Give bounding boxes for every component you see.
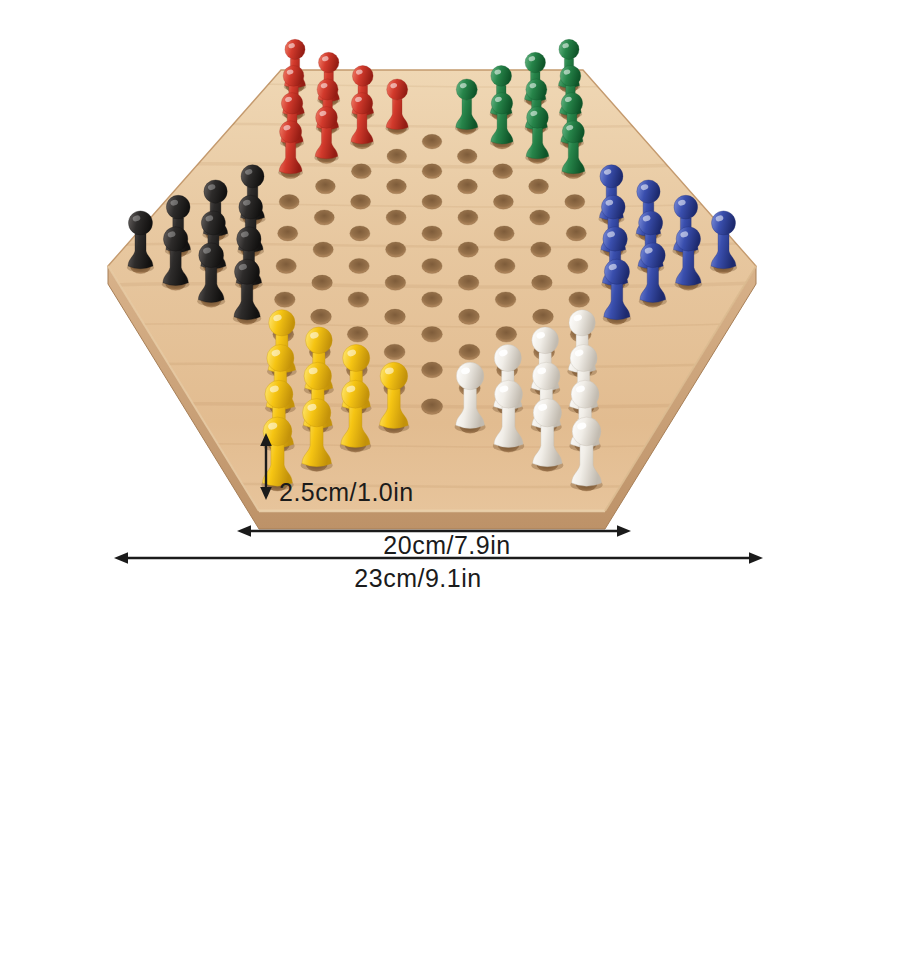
board-hole xyxy=(386,242,406,257)
board-hole xyxy=(312,275,333,290)
board-hole xyxy=(458,275,479,290)
board-hole xyxy=(351,164,371,179)
board-hole xyxy=(385,275,406,290)
board-hole xyxy=(495,292,516,307)
board-hole xyxy=(529,179,549,194)
board-hole xyxy=(459,309,480,324)
board-hole xyxy=(386,210,406,225)
outer-width-label: 23cm/9.1in xyxy=(354,564,481,592)
product-photo: 2.5cm/1.0in 20cm/7.9in 23cm/9.1in xyxy=(0,0,914,973)
board-hole xyxy=(311,309,332,324)
inner-width-label: 20cm/7.9in xyxy=(383,531,510,559)
board-hole xyxy=(422,226,442,241)
board-hole xyxy=(422,134,442,149)
board-hole xyxy=(495,258,515,273)
board-hole xyxy=(278,226,298,241)
board-hole xyxy=(531,242,551,257)
board-hole xyxy=(569,292,590,307)
board-hole xyxy=(532,275,553,290)
board-hole xyxy=(458,242,478,257)
board-hole xyxy=(314,210,334,225)
board-hole xyxy=(387,179,407,194)
board-hole xyxy=(422,258,442,273)
board-hole xyxy=(422,292,443,307)
board-hole xyxy=(565,194,585,209)
board-hole xyxy=(387,149,407,164)
board-hole xyxy=(566,226,586,241)
board-hole xyxy=(279,194,299,209)
board-hole xyxy=(530,210,550,225)
board-hole xyxy=(276,258,296,273)
board-hole xyxy=(533,309,554,324)
board-hole xyxy=(349,258,369,273)
board-hole xyxy=(422,327,443,343)
board-hole xyxy=(350,226,370,241)
board-hole xyxy=(493,194,513,209)
board-hole xyxy=(384,344,405,360)
board-hole xyxy=(458,210,478,225)
board-hole xyxy=(496,327,517,343)
board-hole xyxy=(385,309,406,324)
board-hole xyxy=(422,164,442,179)
board-hole xyxy=(422,362,443,378)
board-hole xyxy=(313,242,333,257)
board-hole xyxy=(316,179,336,194)
board-hole xyxy=(275,292,296,307)
board-hole xyxy=(457,149,477,164)
board-hole xyxy=(421,399,442,415)
board-hole xyxy=(347,327,368,343)
board-hole xyxy=(458,179,478,194)
board-hole xyxy=(422,194,442,209)
board-hole xyxy=(351,194,371,209)
board-hole xyxy=(459,344,480,360)
board-scene: 2.5cm/1.0in 20cm/7.9in 23cm/9.1in xyxy=(0,0,914,973)
board-hole xyxy=(348,292,369,307)
board-hole xyxy=(494,226,514,241)
thickness-label: 2.5cm/1.0in xyxy=(279,478,414,506)
board-hole xyxy=(493,164,513,179)
board-hole xyxy=(568,258,588,273)
